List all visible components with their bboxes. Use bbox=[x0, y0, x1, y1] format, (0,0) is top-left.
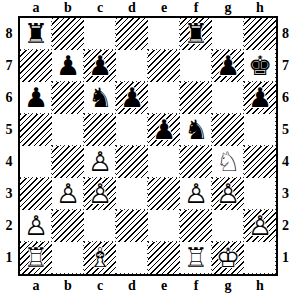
black-pawn-icon: ♟ bbox=[116, 82, 148, 114]
square-d1[interactable] bbox=[116, 242, 148, 274]
file-label-bottom-a: a bbox=[20, 277, 52, 295]
square-a3[interactable] bbox=[20, 178, 52, 210]
square-b7[interactable]: ♟ bbox=[52, 50, 84, 82]
white-pawn-icon: ♙ bbox=[52, 178, 84, 210]
white-pawn-icon: ♙ bbox=[20, 210, 52, 242]
rank-labels-left: 87654321 bbox=[0, 18, 18, 274]
piece-white-pawn-c3[interactable]: ♟♙ bbox=[84, 178, 116, 210]
square-c5[interactable] bbox=[84, 114, 116, 146]
square-a7[interactable] bbox=[20, 50, 52, 82]
square-b1[interactable] bbox=[52, 242, 84, 274]
square-a4[interactable] bbox=[20, 146, 52, 178]
white-knight-icon: ♘ bbox=[212, 146, 244, 178]
square-e3[interactable] bbox=[148, 178, 180, 210]
square-d2[interactable] bbox=[116, 210, 148, 242]
piece-white-pawn-b3[interactable]: ♟♙ bbox=[52, 178, 84, 210]
square-h2[interactable]: ♟♙ bbox=[244, 210, 276, 242]
square-g1[interactable]: ♚♔ bbox=[212, 242, 244, 274]
square-a5[interactable] bbox=[20, 114, 52, 146]
square-h3[interactable] bbox=[244, 178, 276, 210]
rank-label-right-1: 1 bbox=[277, 242, 294, 274]
black-pawn-icon: ♟ bbox=[20, 82, 52, 114]
file-label-bottom-g: g bbox=[212, 277, 244, 295]
square-g7[interactable]: ♟ bbox=[212, 50, 244, 82]
white-pawn-icon: ♙ bbox=[180, 178, 212, 210]
square-g3[interactable]: ♟♙ bbox=[212, 178, 244, 210]
white-pawn-icon: ♙ bbox=[244, 210, 276, 242]
file-label-top-h: h bbox=[244, 0, 276, 16]
square-g2[interactable] bbox=[212, 210, 244, 242]
square-f7[interactable] bbox=[180, 50, 212, 82]
square-g5[interactable] bbox=[212, 114, 244, 146]
white-pawn-icon: ♙ bbox=[212, 178, 244, 210]
square-d5[interactable] bbox=[116, 114, 148, 146]
square-a2[interactable]: ♟♙ bbox=[20, 210, 52, 242]
square-e4[interactable] bbox=[148, 146, 180, 178]
square-e8[interactable] bbox=[148, 18, 180, 50]
file-label-top-a: a bbox=[20, 0, 52, 16]
square-f5[interactable]: ♞ bbox=[180, 114, 212, 146]
piece-white-knight-g4[interactable]: ♞♘ bbox=[212, 146, 244, 178]
rank-label-left-6: 6 bbox=[0, 82, 18, 114]
square-f1[interactable]: ♜♖ bbox=[180, 242, 212, 274]
square-f3[interactable]: ♟♙ bbox=[180, 178, 212, 210]
file-label-top-e: e bbox=[148, 0, 180, 16]
piece-white-rook-f1[interactable]: ♜♖ bbox=[180, 242, 212, 274]
square-b5[interactable] bbox=[52, 114, 84, 146]
square-h8[interactable] bbox=[244, 18, 276, 50]
square-h5[interactable] bbox=[244, 114, 276, 146]
file-label-top-c: c bbox=[84, 0, 116, 16]
white-rook-icon: ♖ bbox=[180, 242, 212, 274]
square-d6[interactable]: ♟ bbox=[116, 82, 148, 114]
rank-label-left-5: 5 bbox=[0, 114, 18, 146]
square-a8[interactable]: ♜ bbox=[20, 18, 52, 50]
piece-white-pawn-c4[interactable]: ♟♙ bbox=[84, 146, 116, 178]
square-d4[interactable] bbox=[116, 146, 148, 178]
piece-white-rook-a1[interactable]: ♜♖ bbox=[20, 242, 52, 274]
white-pawn-icon: ♙ bbox=[84, 146, 116, 178]
square-h7[interactable]: ♚ bbox=[244, 50, 276, 82]
file-label-top-b: b bbox=[52, 0, 84, 16]
black-king-icon: ♚ bbox=[244, 50, 276, 82]
file-label-top-g: g bbox=[212, 0, 244, 16]
piece-black-king-h7[interactable]: ♚ bbox=[244, 50, 276, 82]
rank-label-right-2: 2 bbox=[277, 210, 294, 242]
square-f6[interactable] bbox=[180, 82, 212, 114]
piece-black-pawn-d6[interactable]: ♟ bbox=[116, 82, 148, 114]
file-label-bottom-c: c bbox=[84, 277, 116, 295]
black-pawn-icon: ♟ bbox=[148, 114, 180, 146]
rank-label-left-1: 1 bbox=[0, 242, 18, 274]
rank-label-right-3: 3 bbox=[277, 178, 294, 210]
black-knight-icon: ♞ bbox=[180, 114, 212, 146]
square-d8[interactable] bbox=[116, 18, 148, 50]
piece-white-pawn-f3[interactable]: ♟♙ bbox=[180, 178, 212, 210]
white-king-icon: ♔ bbox=[212, 242, 244, 274]
square-f8[interactable]: ♜ bbox=[180, 18, 212, 50]
piece-black-pawn-g7[interactable]: ♟ bbox=[212, 50, 244, 82]
rank-label-right-4: 4 bbox=[277, 146, 294, 178]
chess-board[interactable]: ♜♜♟♟♟♚♟♞♟♟♟♞♟♙♞♘♟♙♟♙♟♙♟♙♟♙♟♙♜♖♝♗♜♖♚♔ bbox=[18, 16, 278, 276]
rank-labels-right: 87654321 bbox=[277, 18, 294, 274]
piece-black-pawn-a6[interactable]: ♟ bbox=[20, 82, 52, 114]
piece-black-pawn-h6[interactable]: ♟ bbox=[244, 82, 276, 114]
black-pawn-icon: ♟ bbox=[84, 50, 116, 82]
square-b3[interactable]: ♟♙ bbox=[52, 178, 84, 210]
square-e2[interactable] bbox=[148, 210, 180, 242]
square-g4[interactable]: ♞♘ bbox=[212, 146, 244, 178]
black-knight-icon: ♞ bbox=[84, 82, 116, 114]
rank-label-left-8: 8 bbox=[0, 18, 18, 50]
rank-label-right-8: 8 bbox=[277, 18, 294, 50]
file-label-bottom-h: h bbox=[244, 277, 276, 295]
piece-black-rook-f8[interactable]: ♜ bbox=[180, 18, 212, 50]
black-pawn-icon: ♟ bbox=[212, 50, 244, 82]
square-h1[interactable] bbox=[244, 242, 276, 274]
piece-black-pawn-e5[interactable]: ♟ bbox=[148, 114, 180, 146]
square-d3[interactable] bbox=[116, 178, 148, 210]
rank-label-right-5: 5 bbox=[277, 114, 294, 146]
square-f4[interactable] bbox=[180, 146, 212, 178]
square-d7[interactable] bbox=[116, 50, 148, 82]
square-h4[interactable] bbox=[244, 146, 276, 178]
piece-black-rook-a8[interactable]: ♜ bbox=[20, 18, 52, 50]
piece-black-pawn-c7[interactable]: ♟ bbox=[84, 50, 116, 82]
file-label-top-d: d bbox=[116, 0, 148, 16]
square-g8[interactable] bbox=[212, 18, 244, 50]
file-label-bottom-d: d bbox=[116, 277, 148, 295]
piece-black-knight-c6[interactable]: ♞ bbox=[84, 82, 116, 114]
square-e7[interactable] bbox=[148, 50, 180, 82]
square-e6[interactable] bbox=[148, 82, 180, 114]
square-b2[interactable] bbox=[52, 210, 84, 242]
file-label-bottom-f: f bbox=[180, 277, 212, 295]
square-c7[interactable]: ♟ bbox=[84, 50, 116, 82]
square-c3[interactable]: ♟♙ bbox=[84, 178, 116, 210]
square-c8[interactable] bbox=[84, 18, 116, 50]
rank-label-left-4: 4 bbox=[0, 146, 18, 178]
piece-white-bishop-c1[interactable]: ♝♗ bbox=[84, 242, 116, 274]
piece-black-pawn-b7[interactable]: ♟ bbox=[52, 50, 84, 82]
file-labels-top: abcdefgh bbox=[20, 0, 276, 16]
piece-white-king-g1[interactable]: ♚♔ bbox=[212, 242, 244, 274]
piece-white-pawn-g3[interactable]: ♟♙ bbox=[212, 178, 244, 210]
black-pawn-icon: ♟ bbox=[244, 82, 276, 114]
rank-label-left-2: 2 bbox=[0, 210, 18, 242]
rank-label-right-7: 7 bbox=[277, 50, 294, 82]
file-label-top-f: f bbox=[180, 0, 212, 16]
square-e1[interactable] bbox=[148, 242, 180, 274]
square-a6[interactable]: ♟ bbox=[20, 82, 52, 114]
square-b6[interactable] bbox=[52, 82, 84, 114]
rank-label-right-6: 6 bbox=[277, 82, 294, 114]
black-pawn-icon: ♟ bbox=[52, 50, 84, 82]
square-f2[interactable] bbox=[180, 210, 212, 242]
piece-black-knight-f5[interactable]: ♞ bbox=[180, 114, 212, 146]
square-c6[interactable]: ♞ bbox=[84, 82, 116, 114]
square-h6[interactable]: ♟ bbox=[244, 82, 276, 114]
white-bishop-icon: ♗ bbox=[84, 242, 116, 274]
rank-label-left-7: 7 bbox=[0, 50, 18, 82]
square-c4[interactable]: ♟♙ bbox=[84, 146, 116, 178]
chess-diagram: abcdefgh 87654321 ♜♜♟♟♟♚♟♞♟♟♟♞♟♙♞♘♟♙♟♙♟♙… bbox=[0, 0, 294, 295]
square-c1[interactable]: ♝♗ bbox=[84, 242, 116, 274]
white-pawn-icon: ♙ bbox=[84, 178, 116, 210]
file-labels-bottom: abcdefgh bbox=[20, 277, 276, 295]
square-c2[interactable] bbox=[84, 210, 116, 242]
piece-white-pawn-h2[interactable]: ♟♙ bbox=[244, 210, 276, 242]
file-label-bottom-e: e bbox=[148, 277, 180, 295]
rank-label-left-3: 3 bbox=[0, 178, 18, 210]
square-g6[interactable] bbox=[212, 82, 244, 114]
white-rook-icon: ♖ bbox=[20, 242, 52, 274]
square-a1[interactable]: ♜♖ bbox=[20, 242, 52, 274]
black-rook-icon: ♜ bbox=[20, 18, 52, 50]
square-b4[interactable] bbox=[52, 146, 84, 178]
square-b8[interactable] bbox=[52, 18, 84, 50]
piece-white-pawn-a2[interactable]: ♟♙ bbox=[20, 210, 52, 242]
file-label-bottom-b: b bbox=[52, 277, 84, 295]
black-rook-icon: ♜ bbox=[180, 18, 212, 50]
square-e5[interactable]: ♟ bbox=[148, 114, 180, 146]
